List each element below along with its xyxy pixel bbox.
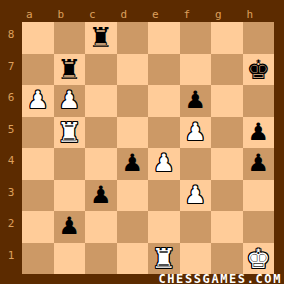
square-f2[interactable]: [180, 211, 212, 243]
square-a1[interactable]: [22, 243, 54, 275]
rank-label-4: 4: [0, 145, 22, 177]
square-c7[interactable]: [85, 54, 117, 86]
rank-label-8: 8: [0, 19, 22, 51]
file-label-a: a: [22, 0, 54, 22]
square-c3[interactable]: ♟: [85, 180, 117, 212]
square-d3[interactable]: [117, 180, 149, 212]
square-c6[interactable]: [85, 85, 117, 117]
square-h4[interactable]: ♟: [243, 148, 275, 180]
file-label-d: d: [117, 0, 149, 22]
black-pawn: ♟: [121, 148, 143, 179]
black-pawn: ♟: [58, 211, 80, 242]
square-e8[interactable]: [148, 22, 180, 54]
square-d4[interactable]: ♟: [117, 148, 149, 180]
file-label-h: h: [243, 0, 275, 22]
file-label-c: c: [85, 0, 117, 22]
square-g8[interactable]: [211, 22, 243, 54]
square-e5[interactable]: [148, 117, 180, 149]
black-pawn: ♟: [247, 117, 269, 148]
white-pawn: ♟: [184, 180, 206, 211]
square-g2[interactable]: [211, 211, 243, 243]
square-b2[interactable]: ♟: [54, 211, 86, 243]
white-rook: ♜: [152, 243, 176, 274]
square-h8[interactable]: [243, 22, 275, 54]
square-c5[interactable]: [85, 117, 117, 149]
white-pawn: ♟: [184, 117, 206, 148]
square-b8[interactable]: [54, 22, 86, 54]
square-a2[interactable]: [22, 211, 54, 243]
rank-labels: 87654321: [0, 22, 22, 274]
square-a3[interactable]: [22, 180, 54, 212]
square-f6[interactable]: ♟: [180, 85, 212, 117]
square-h3[interactable]: [243, 180, 275, 212]
rank-label-1: 1: [0, 240, 22, 272]
square-e1[interactable]: ♜: [148, 243, 180, 275]
square-d1[interactable]: [117, 243, 149, 275]
square-f7[interactable]: [180, 54, 212, 86]
black-rook: ♜: [89, 22, 113, 53]
rank-label-5: 5: [0, 114, 22, 146]
square-h7[interactable]: ♚: [243, 54, 275, 86]
chess-diagram: abcdefgh 87654321 ♜♜♚♟♟♟♜♟♟♟♟♟♟♟♟♜♚ CHES…: [0, 0, 284, 284]
square-g7[interactable]: [211, 54, 243, 86]
black-pawn: ♟: [90, 180, 112, 211]
square-a6[interactable]: ♟: [22, 85, 54, 117]
square-e6[interactable]: [148, 85, 180, 117]
square-g6[interactable]: [211, 85, 243, 117]
rank-label-7: 7: [0, 51, 22, 83]
rank-label-3: 3: [0, 177, 22, 209]
square-f5[interactable]: ♟: [180, 117, 212, 149]
square-f1[interactable]: [180, 243, 212, 275]
black-pawn: ♟: [184, 85, 206, 116]
square-a7[interactable]: [22, 54, 54, 86]
white-rook: ♜: [57, 117, 81, 148]
square-h2[interactable]: [243, 211, 275, 243]
board: ♜♜♚♟♟♟♜♟♟♟♟♟♟♟♟♜♚: [22, 22, 274, 274]
square-c4[interactable]: [85, 148, 117, 180]
square-d8[interactable]: [117, 22, 149, 54]
square-a4[interactable]: [22, 148, 54, 180]
file-label-b: b: [54, 0, 86, 22]
square-h6[interactable]: [243, 85, 275, 117]
square-g3[interactable]: [211, 180, 243, 212]
square-c8[interactable]: ♜: [85, 22, 117, 54]
square-d7[interactable]: [117, 54, 149, 86]
black-king: ♚: [246, 54, 270, 85]
file-label-e: e: [148, 0, 180, 22]
square-d5[interactable]: [117, 117, 149, 149]
square-a8[interactable]: [22, 22, 54, 54]
square-b1[interactable]: [54, 243, 86, 275]
square-e2[interactable]: [148, 211, 180, 243]
white-pawn: ♟: [27, 85, 49, 116]
square-e7[interactable]: [148, 54, 180, 86]
watermark: CHESSGAMES.COM: [158, 274, 282, 284]
white-pawn: ♟: [58, 85, 80, 116]
black-rook: ♜: [57, 54, 81, 85]
square-e4[interactable]: ♟: [148, 148, 180, 180]
square-h5[interactable]: ♟: [243, 117, 275, 149]
rank-label-6: 6: [0, 82, 22, 114]
rank-label-2: 2: [0, 208, 22, 240]
square-h1[interactable]: ♚: [243, 243, 275, 275]
square-b6[interactable]: ♟: [54, 85, 86, 117]
square-f4[interactable]: [180, 148, 212, 180]
square-d6[interactable]: [117, 85, 149, 117]
file-labels: abcdefgh: [22, 0, 274, 22]
square-f8[interactable]: [180, 22, 212, 54]
white-pawn: ♟: [153, 148, 175, 179]
square-c1[interactable]: [85, 243, 117, 275]
square-b7[interactable]: ♜: [54, 54, 86, 86]
square-g1[interactable]: [211, 243, 243, 275]
square-b3[interactable]: [54, 180, 86, 212]
file-label-f: f: [180, 0, 212, 22]
white-king: ♚: [246, 243, 270, 274]
square-g4[interactable]: [211, 148, 243, 180]
square-b5[interactable]: ♜: [54, 117, 86, 149]
square-c2[interactable]: [85, 211, 117, 243]
square-e3[interactable]: [148, 180, 180, 212]
square-a5[interactable]: [22, 117, 54, 149]
square-f3[interactable]: ♟: [180, 180, 212, 212]
square-d2[interactable]: [117, 211, 149, 243]
square-g5[interactable]: [211, 117, 243, 149]
file-label-g: g: [211, 0, 243, 22]
black-pawn: ♟: [247, 148, 269, 179]
square-b4[interactable]: [54, 148, 86, 180]
